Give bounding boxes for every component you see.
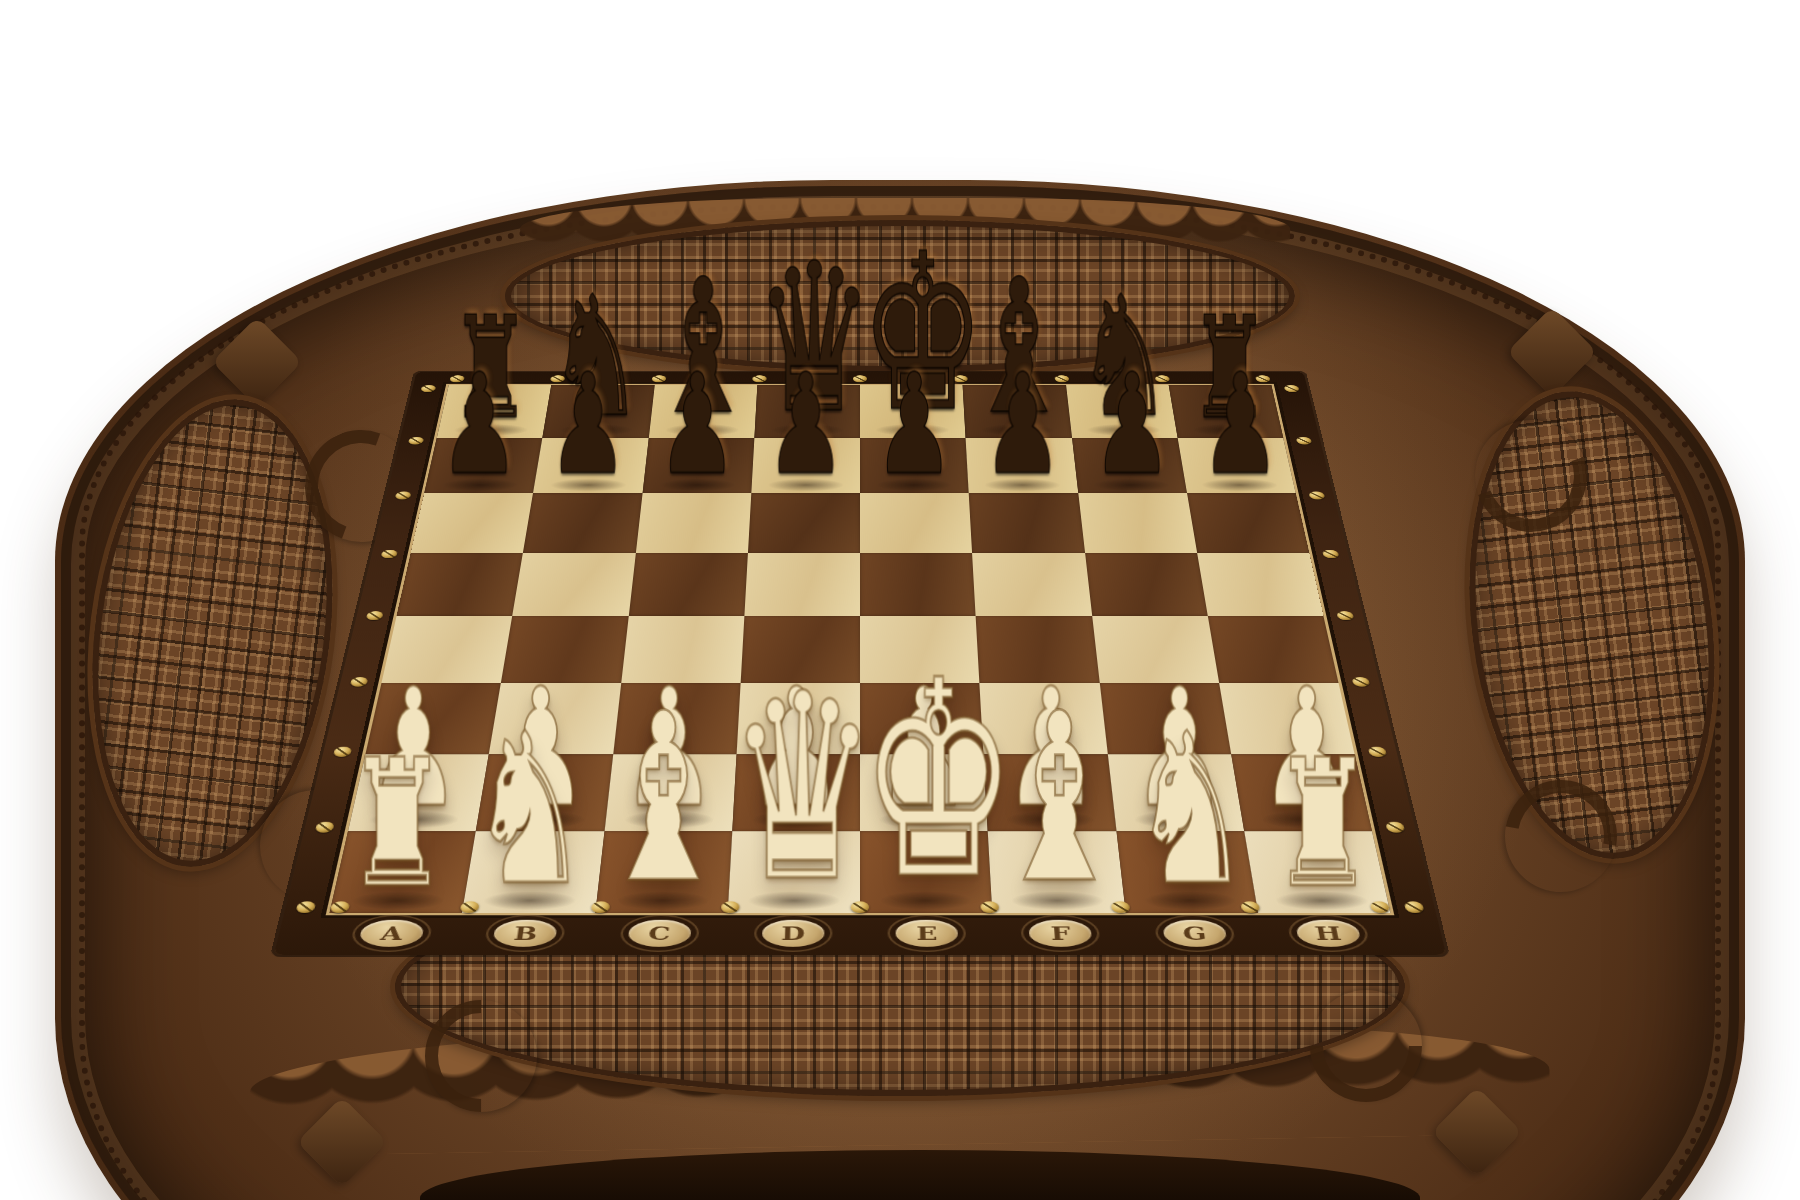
- file-label-plug: F: [993, 913, 1130, 953]
- file-label-plug: E: [860, 913, 995, 953]
- square-f7[interactable]: ♟: [966, 438, 1078, 494]
- piece-white-queen[interactable]: ♛: [728, 669, 860, 906]
- chess-board: ♜♞♝♛♚♝♞♜♟♟♟♟♟♟♟♟♟♟♟♟♟♟♟♟♜♞♝♛♚♝♞♜ A B C D…: [274, 372, 1447, 955]
- piece-black-pawn[interactable]: ♟: [425, 361, 534, 489]
- square-b6[interactable]: [523, 493, 642, 552]
- piece-white-knight[interactable]: ♞: [1124, 714, 1256, 905]
- piece-black-pawn[interactable]: ♟: [1077, 361, 1186, 489]
- square-d1[interactable]: ♛: [727, 831, 860, 913]
- square-d5[interactable]: [744, 553, 860, 616]
- file-label-e: E: [896, 920, 959, 947]
- board-scene: ♜♞♝♛♚♝♞♜♟♟♟♟♟♟♟♟♟♟♟♟♟♟♟♟♜♞♝♛♚♝♞♜ A B C D…: [355, 118, 1365, 1128]
- piece-black-pawn[interactable]: ♟: [1186, 361, 1295, 489]
- square-h5[interactable]: [1197, 553, 1323, 616]
- piece-black-pawn[interactable]: ♟: [751, 361, 860, 489]
- square-d6[interactable]: [748, 493, 860, 552]
- square-a5[interactable]: [397, 553, 523, 616]
- board-grid: ♜♞♝♛♚♝♞♜♟♟♟♟♟♟♟♟♟♟♟♟♟♟♟♟♜♞♝♛♚♝♞♜: [330, 385, 1391, 913]
- gold-screw: [381, 550, 398, 558]
- square-b7[interactable]: ♟: [533, 438, 648, 494]
- square-f1[interactable]: ♝: [988, 831, 1125, 913]
- square-h7[interactable]: ♟: [1177, 438, 1295, 494]
- file-label-a: A: [358, 920, 425, 947]
- square-d7[interactable]: ♟: [751, 438, 860, 494]
- square-g1[interactable]: ♞: [1116, 831, 1258, 913]
- file-label-plug: A: [320, 913, 462, 953]
- piece-black-pawn[interactable]: ♟: [860, 361, 969, 489]
- square-c1[interactable]: ♝: [595, 831, 732, 913]
- square-g5[interactable]: [1085, 553, 1208, 616]
- file-label-h: H: [1295, 920, 1362, 947]
- file-label-plug: C: [590, 913, 727, 953]
- square-h1[interactable]: ♜: [1244, 831, 1391, 913]
- file-label-d: D: [762, 920, 825, 947]
- square-e5[interactable]: [860, 553, 976, 616]
- piece-white-king[interactable]: ♚: [860, 656, 992, 906]
- carved-corner-tip: [212, 317, 303, 408]
- gold-screw: [1336, 611, 1354, 620]
- gold-screw: [295, 901, 316, 913]
- square-h6[interactable]: [1187, 493, 1309, 552]
- file-label-plug: D: [725, 913, 860, 953]
- gold-screw: [395, 491, 412, 499]
- file-label-plug: B: [455, 913, 594, 953]
- square-e7[interactable]: ♟: [860, 438, 969, 494]
- file-label-c: C: [627, 920, 691, 947]
- file-label-g: G: [1162, 920, 1228, 947]
- square-c6[interactable]: [635, 493, 751, 552]
- carved-corner-tip: [1432, 1087, 1523, 1178]
- file-label-strip: A B C D E F G H: [320, 913, 1399, 953]
- file-label-plug: G: [1125, 913, 1264, 953]
- piece-white-rook[interactable]: ♜: [331, 744, 463, 906]
- file-label-plug: H: [1258, 913, 1400, 953]
- gold-screw: [1404, 901, 1425, 913]
- file-label-f: F: [1029, 920, 1093, 947]
- square-g7[interactable]: ♟: [1072, 438, 1187, 494]
- piece-black-pawn[interactable]: ♟: [643, 361, 752, 489]
- gold-screw: [1296, 437, 1312, 445]
- square-b5[interactable]: [512, 553, 635, 616]
- photo-canvas: ♜♞♝♛♚♝♞♜♟♟♟♟♟♟♟♟♟♟♟♟♟♟♟♟♜♞♝♛♚♝♞♜ A B C D…: [0, 0, 1800, 1200]
- gold-screw: [366, 611, 384, 620]
- file-label-b: B: [493, 920, 559, 947]
- gold-screw: [1322, 550, 1339, 558]
- square-f6[interactable]: [969, 493, 1085, 552]
- piece-white-knight[interactable]: ♞: [463, 714, 595, 905]
- piece-white-rook[interactable]: ♜: [1257, 744, 1389, 906]
- square-b1[interactable]: ♞: [462, 831, 604, 913]
- gold-screw: [408, 437, 424, 445]
- square-g6[interactable]: [1078, 493, 1197, 552]
- piece-white-bishop[interactable]: ♝: [992, 692, 1124, 906]
- gold-screw: [1308, 491, 1325, 499]
- square-a7[interactable]: ♟: [424, 438, 542, 494]
- square-a6[interactable]: [411, 493, 533, 552]
- square-c5[interactable]: [628, 553, 747, 616]
- piece-black-pawn[interactable]: ♟: [969, 361, 1078, 489]
- piece-black-pawn[interactable]: ♟: [534, 361, 643, 489]
- square-e6[interactable]: [860, 493, 972, 552]
- square-f5[interactable]: [972, 553, 1091, 616]
- piece-white-bishop[interactable]: ♝: [596, 692, 728, 906]
- square-e1[interactable]: ♚: [860, 831, 993, 913]
- square-a1[interactable]: ♜: [330, 831, 477, 913]
- square-c7[interactable]: ♟: [642, 438, 754, 494]
- carved-corner-tip: [1507, 307, 1598, 398]
